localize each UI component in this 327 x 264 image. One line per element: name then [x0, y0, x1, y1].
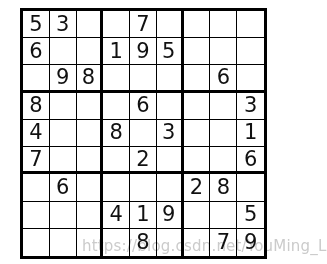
- cell-r6c5[interactable]: 2: [130, 147, 157, 174]
- cell-r1c8[interactable]: [210, 11, 237, 38]
- cell-r4c5[interactable]: 6: [130, 93, 157, 120]
- cell-r1c3[interactable]: [77, 11, 104, 38]
- cell-r6c2[interactable]: [50, 147, 77, 174]
- cell-r3c4[interactable]: [103, 65, 130, 92]
- cell-r8c3[interactable]: [77, 202, 104, 229]
- cell-r9c5[interactable]: 8: [130, 229, 157, 256]
- cell-r3c5[interactable]: [130, 65, 157, 92]
- cell-r3c8[interactable]: 6: [210, 65, 237, 92]
- sudoku-board: 537619598686348317266284195879: [20, 8, 267, 259]
- cell-r4c7[interactable]: [184, 93, 211, 120]
- cell-r2c1[interactable]: 6: [23, 38, 50, 65]
- cell-r4c8[interactable]: [210, 93, 237, 120]
- cell-r6c3[interactable]: [77, 147, 104, 174]
- cell-r5c2[interactable]: [50, 120, 77, 147]
- cell-r7c5[interactable]: [130, 174, 157, 201]
- cell-r4c1[interactable]: 8: [23, 93, 50, 120]
- cell-r2c3[interactable]: [77, 38, 104, 65]
- cell-r7c4[interactable]: [103, 174, 130, 201]
- cell-r1c1[interactable]: 5: [23, 11, 50, 38]
- cell-r4c6[interactable]: [157, 93, 184, 120]
- cell-r6c1[interactable]: 7: [23, 147, 50, 174]
- cell-r6c9[interactable]: 6: [237, 147, 264, 174]
- cell-r8c4[interactable]: 4: [103, 202, 130, 229]
- cell-r7c8[interactable]: 8: [210, 174, 237, 201]
- cell-r9c8[interactable]: 7: [210, 229, 237, 256]
- cell-r7c6[interactable]: [157, 174, 184, 201]
- cell-r9c3[interactable]: [77, 229, 104, 256]
- cell-r4c2[interactable]: [50, 93, 77, 120]
- cell-r2c6[interactable]: 5: [157, 38, 184, 65]
- cell-r8c8[interactable]: [210, 202, 237, 229]
- cell-r8c2[interactable]: [50, 202, 77, 229]
- cell-r9c6[interactable]: [157, 229, 184, 256]
- cell-r2c4[interactable]: 1: [103, 38, 130, 65]
- cell-r8c1[interactable]: [23, 202, 50, 229]
- cell-r8c9[interactable]: 5: [237, 202, 264, 229]
- cell-r2c7[interactable]: [184, 38, 211, 65]
- cell-r9c1[interactable]: [23, 229, 50, 256]
- cell-r9c2[interactable]: [50, 229, 77, 256]
- cell-r1c5[interactable]: 7: [130, 11, 157, 38]
- cell-r5c1[interactable]: 4: [23, 120, 50, 147]
- cell-r3c3[interactable]: 8: [77, 65, 104, 92]
- cell-r4c3[interactable]: [77, 93, 104, 120]
- cell-r2c9[interactable]: [237, 38, 264, 65]
- cell-r1c2[interactable]: 3: [50, 11, 77, 38]
- cell-r2c2[interactable]: [50, 38, 77, 65]
- cell-r2c8[interactable]: [210, 38, 237, 65]
- cell-r4c4[interactable]: [103, 93, 130, 120]
- cell-r7c3[interactable]: [77, 174, 104, 201]
- cell-r5c8[interactable]: [210, 120, 237, 147]
- cell-r1c6[interactable]: [157, 11, 184, 38]
- cell-r7c1[interactable]: [23, 174, 50, 201]
- cell-r3c1[interactable]: [23, 65, 50, 92]
- cell-r3c7[interactable]: [184, 65, 211, 92]
- cell-r8c7[interactable]: [184, 202, 211, 229]
- cell-r8c5[interactable]: 1: [130, 202, 157, 229]
- cell-r4c9[interactable]: 3: [237, 93, 264, 120]
- cell-r9c4[interactable]: [103, 229, 130, 256]
- cell-r5c3[interactable]: [77, 120, 104, 147]
- cell-r9c9[interactable]: 9: [237, 229, 264, 256]
- cell-r6c6[interactable]: [157, 147, 184, 174]
- cell-r1c9[interactable]: [237, 11, 264, 38]
- cell-r6c8[interactable]: [210, 147, 237, 174]
- cell-r1c4[interactable]: [103, 11, 130, 38]
- cell-r7c7[interactable]: 2: [184, 174, 211, 201]
- cell-r2c5[interactable]: 9: [130, 38, 157, 65]
- cell-r3c6[interactable]: [157, 65, 184, 92]
- cell-r3c9[interactable]: [237, 65, 264, 92]
- cell-r8c6[interactable]: 9: [157, 202, 184, 229]
- cell-r1c7[interactable]: [184, 11, 211, 38]
- cell-r5c6[interactable]: 3: [157, 120, 184, 147]
- cell-r5c7[interactable]: [184, 120, 211, 147]
- cell-r6c4[interactable]: [103, 147, 130, 174]
- cell-r5c5[interactable]: [130, 120, 157, 147]
- cell-r7c2[interactable]: 6: [50, 174, 77, 201]
- cell-r3c2[interactable]: 9: [50, 65, 77, 92]
- cell-r5c9[interactable]: 1: [237, 120, 264, 147]
- cell-r5c4[interactable]: 8: [103, 120, 130, 147]
- cell-r9c7[interactable]: [184, 229, 211, 256]
- cell-r7c9[interactable]: [237, 174, 264, 201]
- cell-r6c7[interactable]: [184, 147, 211, 174]
